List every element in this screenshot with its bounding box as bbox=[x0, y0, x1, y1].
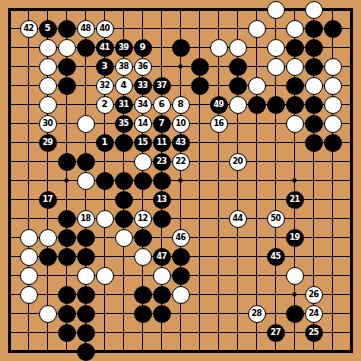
intersection-c5r3[interactable] bbox=[76, 38, 95, 57]
intersection-c18r6[interactable] bbox=[323, 95, 342, 114]
white-stone[interactable]: 42 bbox=[20, 20, 38, 38]
intersection-c9r17[interactable] bbox=[152, 304, 171, 323]
intersection-c3r12[interactable] bbox=[38, 209, 57, 228]
intersection-c2r5[interactable] bbox=[19, 76, 38, 95]
white-stone[interactable] bbox=[39, 58, 57, 76]
black-stone[interactable] bbox=[305, 20, 323, 38]
intersection-c14r16[interactable] bbox=[247, 285, 266, 304]
intersection-c7r1[interactable] bbox=[114, 0, 133, 19]
intersection-c2r17[interactable] bbox=[19, 304, 38, 323]
black-stone[interactable] bbox=[58, 58, 76, 76]
intersection-c15r7[interactable] bbox=[266, 114, 285, 133]
intersection-c12r6[interactable]: 49 bbox=[209, 95, 228, 114]
intersection-c9r19[interactable] bbox=[152, 342, 171, 361]
intersection-c19r4[interactable] bbox=[342, 57, 361, 76]
intersection-c15r16[interactable] bbox=[266, 285, 285, 304]
intersection-c14r12[interactable] bbox=[247, 209, 266, 228]
white-stone[interactable] bbox=[96, 267, 114, 285]
intersection-c14r10[interactable] bbox=[247, 171, 266, 190]
intersection-c2r6[interactable] bbox=[19, 95, 38, 114]
white-stone[interactable] bbox=[77, 267, 95, 285]
intersection-c18r9[interactable] bbox=[323, 152, 342, 171]
white-stone[interactable] bbox=[229, 96, 247, 114]
intersection-c16r4[interactable] bbox=[285, 57, 304, 76]
black-stone[interactable]: 15 bbox=[134, 134, 152, 152]
intersection-c9r3[interactable] bbox=[152, 38, 171, 57]
black-stone[interactable] bbox=[153, 210, 171, 228]
intersection-c12r8[interactable] bbox=[209, 133, 228, 152]
intersection-c6r17[interactable] bbox=[95, 304, 114, 323]
intersection-c13r9[interactable]: 20 bbox=[228, 152, 247, 171]
white-stone[interactable] bbox=[324, 77, 342, 95]
intersection-c16r12[interactable] bbox=[285, 209, 304, 228]
intersection-c6r11[interactable] bbox=[95, 190, 114, 209]
intersection-c11r8[interactable] bbox=[190, 133, 209, 152]
intersection-c17r6[interactable] bbox=[304, 95, 323, 114]
intersection-c13r3[interactable] bbox=[228, 38, 247, 57]
white-stone[interactable] bbox=[324, 58, 342, 76]
black-stone[interactable]: 17 bbox=[39, 191, 57, 209]
intersection-c7r16[interactable] bbox=[114, 285, 133, 304]
white-stone[interactable]: 34 bbox=[134, 96, 152, 114]
intersection-c18r1[interactable] bbox=[323, 0, 342, 19]
intersection-c19r17[interactable] bbox=[342, 304, 361, 323]
black-stone[interactable]: 3 bbox=[96, 58, 114, 76]
black-stone[interactable] bbox=[39, 248, 57, 266]
intersection-c11r6[interactable] bbox=[190, 95, 209, 114]
intersection-c19r16[interactable] bbox=[342, 285, 361, 304]
intersection-c19r9[interactable] bbox=[342, 152, 361, 171]
black-stone[interactable]: 19 bbox=[286, 229, 304, 247]
intersection-c3r2[interactable]: 5 bbox=[38, 19, 57, 38]
white-stone[interactable]: 48 bbox=[77, 20, 95, 38]
white-stone[interactable] bbox=[77, 115, 95, 133]
intersection-c4r10[interactable] bbox=[57, 171, 76, 190]
intersection-c5r8[interactable] bbox=[76, 133, 95, 152]
intersection-c15r14[interactable]: 45 bbox=[266, 247, 285, 266]
white-stone[interactable] bbox=[96, 210, 114, 228]
intersection-c17r5[interactable] bbox=[304, 76, 323, 95]
intersection-c8r5[interactable]: 33 bbox=[133, 76, 152, 95]
intersection-c6r6[interactable]: 2 bbox=[95, 95, 114, 114]
intersection-c12r17[interactable] bbox=[209, 304, 228, 323]
intersection-c16r15[interactable] bbox=[285, 266, 304, 285]
intersection-c6r7[interactable] bbox=[95, 114, 114, 133]
white-stone[interactable]: 24 bbox=[305, 305, 323, 323]
black-stone[interactable]: 35 bbox=[115, 115, 133, 133]
intersection-c16r11[interactable]: 21 bbox=[285, 190, 304, 209]
intersection-c14r4[interactable] bbox=[247, 57, 266, 76]
intersection-c15r19[interactable] bbox=[266, 342, 285, 361]
black-stone[interactable] bbox=[172, 39, 190, 57]
intersection-c2r9[interactable] bbox=[19, 152, 38, 171]
white-stone[interactable] bbox=[286, 115, 304, 133]
intersection-c19r7[interactable] bbox=[342, 114, 361, 133]
white-stone[interactable]: 4 bbox=[115, 77, 133, 95]
black-stone[interactable] bbox=[58, 153, 76, 171]
intersection-c3r9[interactable] bbox=[38, 152, 57, 171]
intersection-c17r9[interactable] bbox=[304, 152, 323, 171]
intersection-c4r4[interactable] bbox=[57, 57, 76, 76]
intersection-c16r2[interactable] bbox=[285, 19, 304, 38]
intersection-c3r4[interactable] bbox=[38, 57, 57, 76]
black-stone[interactable] bbox=[58, 248, 76, 266]
white-stone[interactable] bbox=[134, 248, 152, 266]
intersection-c4r18[interactable] bbox=[57, 323, 76, 342]
intersection-c4r2[interactable] bbox=[57, 19, 76, 38]
intersection-c16r6[interactable] bbox=[285, 95, 304, 114]
intersection-c11r16[interactable] bbox=[190, 285, 209, 304]
intersection-c12r11[interactable] bbox=[209, 190, 228, 209]
white-stone[interactable] bbox=[248, 77, 266, 95]
intersection-c6r3[interactable]: 41 bbox=[95, 38, 114, 57]
intersection-c7r10[interactable] bbox=[114, 171, 133, 190]
intersection-c4r7[interactable] bbox=[57, 114, 76, 133]
white-stone[interactable] bbox=[115, 229, 133, 247]
intersection-c14r15[interactable] bbox=[247, 266, 266, 285]
white-stone[interactable]: 50 bbox=[267, 210, 285, 228]
intersection-c16r3[interactable] bbox=[285, 38, 304, 57]
white-stone[interactable] bbox=[324, 115, 342, 133]
intersection-c14r1[interactable] bbox=[247, 0, 266, 19]
intersection-c9r1[interactable] bbox=[152, 0, 171, 19]
intersection-c11r15[interactable] bbox=[190, 266, 209, 285]
intersection-c3r1[interactable] bbox=[38, 0, 57, 19]
intersection-c18r7[interactable] bbox=[323, 114, 342, 133]
intersection-c16r8[interactable] bbox=[285, 133, 304, 152]
intersection-c3r18[interactable] bbox=[38, 323, 57, 342]
intersection-c6r16[interactable] bbox=[95, 285, 114, 304]
white-stone[interactable]: 22 bbox=[172, 153, 190, 171]
intersection-c14r14[interactable] bbox=[247, 247, 266, 266]
intersection-c18r19[interactable] bbox=[323, 342, 342, 361]
white-stone[interactable] bbox=[58, 39, 76, 57]
intersection-c11r19[interactable] bbox=[190, 342, 209, 361]
black-stone[interactable] bbox=[77, 248, 95, 266]
white-stone[interactable]: 28 bbox=[248, 305, 266, 323]
intersection-c1r3[interactable] bbox=[0, 38, 19, 57]
intersection-c19r11[interactable] bbox=[342, 190, 361, 209]
intersection-c2r2[interactable]: 42 bbox=[19, 19, 38, 38]
black-stone[interactable] bbox=[153, 305, 171, 323]
black-stone[interactable]: 37 bbox=[153, 77, 171, 95]
intersection-c19r6[interactable] bbox=[342, 95, 361, 114]
intersection-c18r10[interactable] bbox=[323, 171, 342, 190]
intersection-c8r3[interactable]: 9 bbox=[133, 38, 152, 57]
intersection-c5r11[interactable] bbox=[76, 190, 95, 209]
black-stone[interactable]: 7 bbox=[153, 115, 171, 133]
intersection-c5r10[interactable] bbox=[76, 171, 95, 190]
intersection-c13r11[interactable] bbox=[228, 190, 247, 209]
intersection-c8r19[interactable] bbox=[133, 342, 152, 361]
intersection-c12r4[interactable] bbox=[209, 57, 228, 76]
intersection-c11r17[interactable] bbox=[190, 304, 209, 323]
intersection-c7r6[interactable]: 31 bbox=[114, 95, 133, 114]
intersection-c11r18[interactable] bbox=[190, 323, 209, 342]
intersection-c16r5[interactable] bbox=[285, 76, 304, 95]
intersection-c12r1[interactable] bbox=[209, 0, 228, 19]
intersection-c19r2[interactable] bbox=[342, 19, 361, 38]
intersection-c4r15[interactable] bbox=[57, 266, 76, 285]
intersection-c4r19[interactable] bbox=[57, 342, 76, 361]
black-stone[interactable]: 5 bbox=[39, 20, 57, 38]
intersection-c1r11[interactable] bbox=[0, 190, 19, 209]
intersection-c2r11[interactable] bbox=[19, 190, 38, 209]
black-stone[interactable] bbox=[305, 39, 323, 57]
intersection-c1r12[interactable] bbox=[0, 209, 19, 228]
intersection-c5r6[interactable] bbox=[76, 95, 95, 114]
black-stone[interactable] bbox=[134, 229, 152, 247]
intersection-c17r10[interactable] bbox=[304, 171, 323, 190]
intersection-c1r14[interactable] bbox=[0, 247, 19, 266]
intersection-c6r1[interactable] bbox=[95, 0, 114, 19]
intersection-c19r13[interactable] bbox=[342, 228, 361, 247]
intersection-c10r11[interactable] bbox=[171, 190, 190, 209]
white-stone[interactable] bbox=[134, 153, 152, 171]
black-stone[interactable]: 21 bbox=[286, 191, 304, 209]
intersection-c10r4[interactable] bbox=[171, 57, 190, 76]
black-stone[interactable] bbox=[77, 39, 95, 57]
intersection-c18r12[interactable] bbox=[323, 209, 342, 228]
intersection-c16r13[interactable]: 19 bbox=[285, 228, 304, 247]
black-stone[interactable]: 31 bbox=[115, 96, 133, 114]
white-stone[interactable]: 44 bbox=[229, 210, 247, 228]
black-stone[interactable] bbox=[324, 20, 342, 38]
intersection-c6r8[interactable]: 1 bbox=[95, 133, 114, 152]
intersection-c8r16[interactable] bbox=[133, 285, 152, 304]
intersection-c12r12[interactable] bbox=[209, 209, 228, 228]
black-stone[interactable] bbox=[324, 134, 342, 152]
intersection-c3r3[interactable] bbox=[38, 38, 57, 57]
intersection-c13r12[interactable]: 44 bbox=[228, 209, 247, 228]
black-stone[interactable] bbox=[286, 77, 304, 95]
intersection-c7r3[interactable]: 39 bbox=[114, 38, 133, 57]
white-stone[interactable]: 20 bbox=[229, 153, 247, 171]
intersection-c16r10[interactable] bbox=[285, 171, 304, 190]
black-stone[interactable]: 33 bbox=[134, 77, 152, 95]
intersection-c8r10[interactable] bbox=[133, 171, 152, 190]
intersection-c5r9[interactable] bbox=[76, 152, 95, 171]
intersection-c15r1[interactable] bbox=[266, 0, 285, 19]
intersection-c11r10[interactable] bbox=[190, 171, 209, 190]
intersection-c11r7[interactable] bbox=[190, 114, 209, 133]
white-stone[interactable] bbox=[39, 229, 57, 247]
intersection-c11r3[interactable] bbox=[190, 38, 209, 57]
black-stone[interactable] bbox=[77, 286, 95, 304]
black-stone[interactable] bbox=[77, 229, 95, 247]
black-stone[interactable] bbox=[134, 286, 152, 304]
intersection-c8r11[interactable] bbox=[133, 190, 152, 209]
intersection-c5r17[interactable] bbox=[76, 304, 95, 323]
intersection-c10r5[interactable] bbox=[171, 76, 190, 95]
intersection-c8r12[interactable]: 12 bbox=[133, 209, 152, 228]
intersection-c3r11[interactable]: 17 bbox=[38, 190, 57, 209]
intersection-c9r12[interactable] bbox=[152, 209, 171, 228]
intersection-c1r9[interactable] bbox=[0, 152, 19, 171]
intersection-c19r18[interactable] bbox=[342, 323, 361, 342]
intersection-c17r15[interactable] bbox=[304, 266, 323, 285]
intersection-c4r8[interactable] bbox=[57, 133, 76, 152]
white-stone[interactable] bbox=[39, 96, 57, 114]
black-stone[interactable] bbox=[286, 39, 304, 57]
white-stone[interactable]: 32 bbox=[96, 77, 114, 95]
intersection-c8r4[interactable]: 36 bbox=[133, 57, 152, 76]
intersection-c3r7[interactable]: 30 bbox=[38, 114, 57, 133]
white-stone[interactable]: 30 bbox=[39, 115, 57, 133]
black-stone[interactable] bbox=[96, 172, 114, 190]
intersection-c16r7[interactable] bbox=[285, 114, 304, 133]
intersection-c17r4[interactable] bbox=[304, 57, 323, 76]
intersection-c5r4[interactable] bbox=[76, 57, 95, 76]
intersection-c16r18[interactable] bbox=[285, 323, 304, 342]
intersection-c18r15[interactable] bbox=[323, 266, 342, 285]
intersection-c12r13[interactable] bbox=[209, 228, 228, 247]
white-stone[interactable]: 8 bbox=[172, 96, 190, 114]
black-stone[interactable] bbox=[58, 324, 76, 342]
intersection-c7r13[interactable] bbox=[114, 228, 133, 247]
intersection-c13r10[interactable] bbox=[228, 171, 247, 190]
intersection-c17r17[interactable]: 24 bbox=[304, 304, 323, 323]
intersection-c13r18[interactable] bbox=[228, 323, 247, 342]
intersection-c9r11[interactable]: 13 bbox=[152, 190, 171, 209]
intersection-c5r13[interactable] bbox=[76, 228, 95, 247]
black-stone[interactable] bbox=[229, 77, 247, 95]
black-stone[interactable] bbox=[305, 134, 323, 152]
intersection-c14r17[interactable]: 28 bbox=[247, 304, 266, 323]
intersection-c19r15[interactable] bbox=[342, 266, 361, 285]
intersection-c18r3[interactable] bbox=[323, 38, 342, 57]
intersection-c8r14[interactable] bbox=[133, 247, 152, 266]
intersection-c2r3[interactable] bbox=[19, 38, 38, 57]
intersection-c7r5[interactable]: 4 bbox=[114, 76, 133, 95]
intersection-c17r11[interactable] bbox=[304, 190, 323, 209]
intersection-c8r2[interactable] bbox=[133, 19, 152, 38]
intersection-c6r4[interactable]: 3 bbox=[95, 57, 114, 76]
black-stone[interactable] bbox=[58, 20, 76, 38]
intersection-c1r6[interactable] bbox=[0, 95, 19, 114]
intersection-c10r9[interactable]: 22 bbox=[171, 152, 190, 171]
intersection-c13r19[interactable] bbox=[228, 342, 247, 361]
black-stone[interactable] bbox=[134, 172, 152, 190]
intersection-c4r5[interactable] bbox=[57, 76, 76, 95]
intersection-c9r13[interactable] bbox=[152, 228, 171, 247]
intersection-c10r17[interactable] bbox=[171, 304, 190, 323]
white-stone[interactable]: 6 bbox=[153, 96, 171, 114]
intersection-c10r10[interactable] bbox=[171, 171, 190, 190]
intersection-c11r2[interactable] bbox=[190, 19, 209, 38]
intersection-c7r18[interactable] bbox=[114, 323, 133, 342]
intersection-c8r17[interactable] bbox=[133, 304, 152, 323]
black-stone[interactable] bbox=[77, 153, 95, 171]
intersection-c2r1[interactable] bbox=[19, 0, 38, 19]
intersection-c12r14[interactable] bbox=[209, 247, 228, 266]
intersection-c6r19[interactable] bbox=[95, 342, 114, 361]
intersection-c11r9[interactable] bbox=[190, 152, 209, 171]
intersection-c18r17[interactable] bbox=[323, 304, 342, 323]
intersection-c7r4[interactable]: 38 bbox=[114, 57, 133, 76]
intersection-c1r5[interactable] bbox=[0, 76, 19, 95]
intersection-c18r13[interactable] bbox=[323, 228, 342, 247]
intersection-c8r13[interactable] bbox=[133, 228, 152, 247]
intersection-c6r5[interactable]: 32 bbox=[95, 76, 114, 95]
intersection-c2r19[interactable] bbox=[19, 342, 38, 361]
black-stone[interactable] bbox=[58, 286, 76, 304]
intersection-c14r7[interactable] bbox=[247, 114, 266, 133]
intersection-c12r7[interactable]: 16 bbox=[209, 114, 228, 133]
intersection-c3r6[interactable] bbox=[38, 95, 57, 114]
black-stone[interactable] bbox=[58, 210, 76, 228]
intersection-c17r18[interactable]: 25 bbox=[304, 323, 323, 342]
intersection-c5r7[interactable] bbox=[76, 114, 95, 133]
intersection-c13r17[interactable] bbox=[228, 304, 247, 323]
intersection-c7r14[interactable] bbox=[114, 247, 133, 266]
intersection-c1r15[interactable] bbox=[0, 266, 19, 285]
intersection-c3r15[interactable] bbox=[38, 266, 57, 285]
intersection-c14r3[interactable] bbox=[247, 38, 266, 57]
intersection-c1r7[interactable] bbox=[0, 114, 19, 133]
intersection-c10r8[interactable]: 43 bbox=[171, 133, 190, 152]
intersection-c9r8[interactable]: 11 bbox=[152, 133, 171, 152]
intersection-c10r16[interactable] bbox=[171, 285, 190, 304]
intersection-c11r5[interactable] bbox=[190, 76, 209, 95]
intersection-c4r16[interactable] bbox=[57, 285, 76, 304]
intersection-c18r8[interactable] bbox=[323, 133, 342, 152]
intersection-c11r11[interactable] bbox=[190, 190, 209, 209]
intersection-c7r8[interactable] bbox=[114, 133, 133, 152]
intersection-c15r18[interactable]: 27 bbox=[266, 323, 285, 342]
black-stone[interactable] bbox=[58, 305, 76, 323]
intersection-c3r19[interactable] bbox=[38, 342, 57, 361]
black-stone[interactable] bbox=[191, 58, 209, 76]
intersection-c9r6[interactable]: 6 bbox=[152, 95, 171, 114]
intersection-c7r11[interactable] bbox=[114, 190, 133, 209]
white-stone[interactable] bbox=[153, 267, 171, 285]
intersection-c7r15[interactable] bbox=[114, 266, 133, 285]
white-stone[interactable]: 14 bbox=[134, 115, 152, 133]
intersection-c1r2[interactable] bbox=[0, 19, 19, 38]
intersection-c16r1[interactable] bbox=[285, 0, 304, 19]
intersection-c13r8[interactable] bbox=[228, 133, 247, 152]
white-stone[interactable] bbox=[286, 58, 304, 76]
intersection-c19r12[interactable] bbox=[342, 209, 361, 228]
black-stone[interactable] bbox=[115, 210, 133, 228]
intersection-c13r15[interactable] bbox=[228, 266, 247, 285]
intersection-c14r13[interactable] bbox=[247, 228, 266, 247]
black-stone[interactable]: 41 bbox=[96, 39, 114, 57]
intersection-c14r11[interactable] bbox=[247, 190, 266, 209]
intersection-c7r7[interactable]: 35 bbox=[114, 114, 133, 133]
white-stone[interactable] bbox=[20, 248, 38, 266]
black-stone[interactable]: 45 bbox=[267, 248, 285, 266]
black-stone[interactable]: 43 bbox=[172, 134, 190, 152]
white-stone[interactable] bbox=[172, 286, 190, 304]
white-stone[interactable] bbox=[77, 172, 95, 190]
intersection-c5r12[interactable]: 18 bbox=[76, 209, 95, 228]
intersection-c16r16[interactable] bbox=[285, 285, 304, 304]
intersection-c8r15[interactable] bbox=[133, 266, 152, 285]
intersection-c16r14[interactable] bbox=[285, 247, 304, 266]
white-stone[interactable]: 12 bbox=[134, 210, 152, 228]
intersection-c6r18[interactable] bbox=[95, 323, 114, 342]
intersection-c6r12[interactable] bbox=[95, 209, 114, 228]
black-stone[interactable] bbox=[58, 77, 76, 95]
intersection-c15r9[interactable] bbox=[266, 152, 285, 171]
intersection-c15r11[interactable] bbox=[266, 190, 285, 209]
white-stone[interactable]: 10 bbox=[172, 115, 190, 133]
intersection-c10r12[interactable] bbox=[171, 209, 190, 228]
intersection-c7r19[interactable] bbox=[114, 342, 133, 361]
intersection-c15r3[interactable] bbox=[266, 38, 285, 57]
